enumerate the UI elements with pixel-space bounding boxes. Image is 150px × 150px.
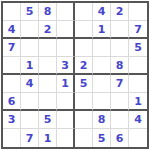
- cell-r4c4-given: 3: [57, 57, 75, 75]
- cell-r7c4-empty[interactable]: [57, 111, 75, 129]
- cell-r8c2-given: 7: [21, 129, 39, 147]
- cell-r1c1-empty[interactable]: [3, 3, 21, 21]
- cell-r1c4-empty[interactable]: [57, 3, 75, 21]
- cell-r4c2-given: 1: [21, 57, 39, 75]
- cell-r5c1-empty[interactable]: [3, 75, 21, 93]
- cell-r8c1-empty[interactable]: [3, 129, 21, 147]
- cell-r3c2-empty[interactable]: [21, 39, 39, 57]
- cell-r1c3-given: 8: [39, 3, 57, 21]
- cell-r3c7-empty[interactable]: [111, 39, 129, 57]
- cell-r5c5-given: 5: [75, 75, 93, 93]
- cell-r2c8-given: 7: [129, 21, 147, 39]
- cell-r7c3-given: 5: [39, 111, 57, 129]
- cell-r5c6-empty[interactable]: [93, 75, 111, 93]
- cell-r5c7-given: 7: [111, 75, 129, 93]
- cell-r3c6-empty[interactable]: [93, 39, 111, 57]
- cell-r4c3-empty[interactable]: [39, 57, 57, 75]
- cell-r8c5-empty[interactable]: [75, 129, 93, 147]
- cell-r4c1-empty[interactable]: [3, 57, 21, 75]
- cell-r6c7-empty[interactable]: [111, 93, 129, 111]
- cell-r7c6-given: 8: [93, 111, 111, 129]
- cell-r2c2-empty[interactable]: [21, 21, 39, 39]
- cell-r3c4-empty[interactable]: [57, 39, 75, 57]
- cell-r3c8-given: 5: [129, 39, 147, 57]
- cell-r2c6-given: 1: [93, 21, 111, 39]
- sudoku-board: 5842421775132841576135847156: [1, 1, 149, 149]
- cell-r7c5-empty[interactable]: [75, 111, 93, 129]
- cell-r2c1-given: 4: [3, 21, 21, 39]
- cell-r6c2-empty[interactable]: [21, 93, 39, 111]
- cell-r7c7-empty[interactable]: [111, 111, 129, 129]
- cell-r7c2-empty[interactable]: [21, 111, 39, 129]
- cell-r6c8-given: 1: [129, 93, 147, 111]
- cell-r5c8-empty[interactable]: [129, 75, 147, 93]
- cell-r6c5-empty[interactable]: [75, 93, 93, 111]
- cell-r4c8-empty[interactable]: [129, 57, 147, 75]
- cell-r1c5-empty[interactable]: [75, 3, 93, 21]
- cell-r8c3-given: 1: [39, 129, 57, 147]
- cell-r8c8-empty[interactable]: [129, 129, 147, 147]
- cell-r4c5-given: 2: [75, 57, 93, 75]
- cell-r3c3-empty[interactable]: [39, 39, 57, 57]
- cell-r5c2-given: 4: [21, 75, 39, 93]
- cell-r7c8-given: 4: [129, 111, 147, 129]
- cell-r1c6-given: 4: [93, 3, 111, 21]
- cell-r2c5-empty[interactable]: [75, 21, 93, 39]
- cell-r5c3-empty[interactable]: [39, 75, 57, 93]
- cell-r6c3-empty[interactable]: [39, 93, 57, 111]
- cell-r3c5-empty[interactable]: [75, 39, 93, 57]
- cell-r2c3-given: 2: [39, 21, 57, 39]
- cell-r4c7-given: 8: [111, 57, 129, 75]
- cell-r7c1-given: 3: [3, 111, 21, 129]
- cell-r5c4-given: 1: [57, 75, 75, 93]
- cell-r6c1-given: 6: [3, 93, 21, 111]
- cell-r3c1-given: 7: [3, 39, 21, 57]
- cell-r6c6-empty[interactable]: [93, 93, 111, 111]
- cell-r2c7-empty[interactable]: [111, 21, 129, 39]
- cell-r8c4-empty[interactable]: [57, 129, 75, 147]
- cell-r4c6-empty[interactable]: [93, 57, 111, 75]
- cell-r1c2-given: 5: [21, 3, 39, 21]
- cell-r1c8-empty[interactable]: [129, 3, 147, 21]
- cell-r8c7-given: 6: [111, 129, 129, 147]
- cell-r8c6-given: 5: [93, 129, 111, 147]
- cell-r2c4-empty[interactable]: [57, 21, 75, 39]
- cell-r1c7-given: 2: [111, 3, 129, 21]
- cell-r6c4-empty[interactable]: [57, 93, 75, 111]
